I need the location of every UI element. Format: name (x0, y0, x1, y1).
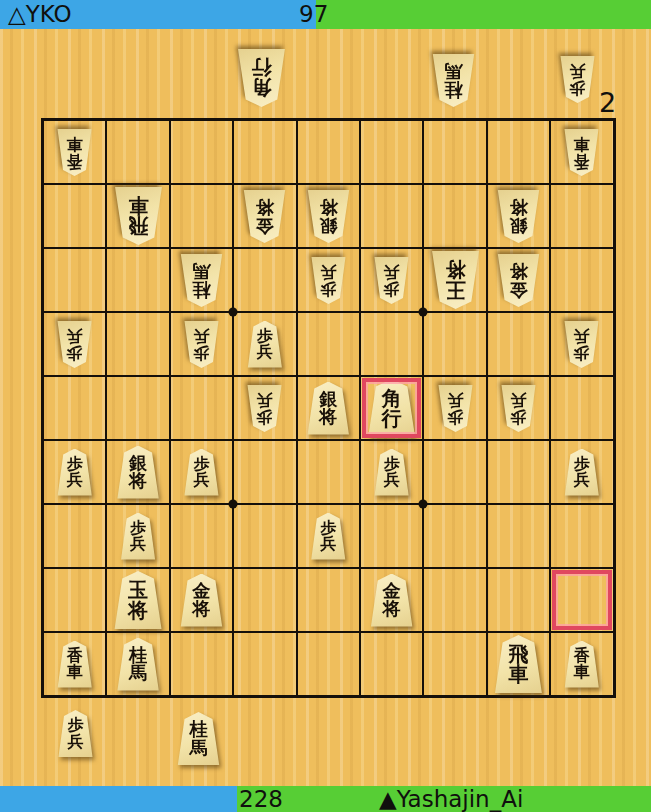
piece-kanji: 兵 (447, 392, 463, 408)
piece-kanji: 兵 (67, 472, 83, 488)
board-cell-r1c9[interactable]: 香車 (550, 120, 613, 184)
board-cell-r4c6[interactable] (360, 312, 423, 376)
piece-kanji: 兵 (68, 734, 84, 750)
piece-face: 歩兵 (310, 513, 347, 560)
piece-face: 歩兵 (373, 449, 410, 496)
piece-kanji: 兵 (320, 264, 336, 280)
piece-keima-knight[interactable]: 桂馬 (176, 712, 221, 765)
piece-face: 飛車 (113, 187, 164, 245)
piece-kyosha-lance[interactable]: 香車 (56, 129, 93, 176)
piece-face: 桂馬 (179, 254, 224, 307)
piece-face: 歩兵 (563, 449, 600, 496)
board-cell-r5c8[interactable]: 歩兵 (487, 376, 550, 440)
top-player-clock: 97 (299, 0, 328, 29)
board-cell-r8c3[interactable]: 金将 (170, 568, 233, 632)
piece-kanji: 行 (382, 408, 402, 428)
board-cell-r3c7[interactable]: 王将 (423, 248, 486, 312)
piece-face: 角行 (366, 379, 417, 437)
board-cell-r7c6[interactable] (360, 504, 423, 568)
piece-fu-pawn[interactable]: 歩兵 (56, 449, 93, 496)
piece-kanji: 歩 (570, 80, 586, 96)
board-cell-r4c8[interactable] (487, 312, 550, 376)
board-cell-r5c2[interactable] (106, 376, 169, 440)
piece-kaku-bishop[interactable]: 角行 (236, 49, 287, 107)
piece-face: 桂馬 (116, 638, 161, 691)
piece-kanji: 兵 (320, 536, 336, 552)
piece-fu-pawn[interactable]: 歩兵 (183, 321, 220, 368)
piece-kanji: 馬 (192, 262, 210, 280)
board-cell-r8c8[interactable] (487, 568, 550, 632)
board-cell-r5c9[interactable] (550, 376, 613, 440)
piece-face: 金将 (179, 574, 224, 627)
board-cell-r7c7[interactable] (423, 504, 486, 568)
board-cell-r3c9[interactable] (550, 248, 613, 312)
board-cell-r4c4[interactable]: 歩兵 (233, 312, 296, 376)
piece-gin-silver[interactable]: 銀将 (306, 382, 351, 435)
board-cell-r2c2[interactable]: 飛車 (106, 184, 169, 248)
piece-fu-pawn[interactable]: 歩兵 (559, 56, 596, 103)
piece-kanji: 兵 (193, 472, 209, 488)
board-cell-r7c1[interactable] (43, 504, 106, 568)
board-cell-r8c6[interactable]: 金将 (360, 568, 423, 632)
bottom-player-clock: 228 (239, 786, 283, 812)
board-cell-r1c6[interactable] (360, 120, 423, 184)
piece-gin-silver[interactable]: 銀将 (116, 446, 161, 499)
board-cell-r2c4[interactable]: 金将 (233, 184, 296, 248)
board-cell-r5c4[interactable]: 歩兵 (233, 376, 296, 440)
board-cell-r7c5[interactable]: 歩兵 (297, 504, 360, 568)
piece-face: 歩兵 (57, 710, 94, 757)
piece-kanji: 香 (574, 152, 590, 168)
board-cell-r6c9[interactable]: 歩兵 (550, 440, 613, 504)
piece-face: 銀将 (496, 190, 541, 243)
piece-fu-pawn[interactable]: 歩兵 (246, 385, 283, 432)
top-player-bar: △YKO 97 (0, 0, 651, 29)
piece-face: 歩兵 (246, 321, 283, 368)
board-cell-r7c3[interactable] (170, 504, 233, 568)
bottom-player-bar: 228 ▲Yashajin_Ai (0, 786, 651, 812)
piece-kanji: 将 (192, 600, 210, 618)
board-cell-r9c8[interactable]: 飛車 (487, 632, 550, 696)
piece-kanji: 歩 (67, 344, 83, 360)
piece-face: 歩兵 (310, 257, 347, 304)
piece-face: 銀将 (306, 382, 351, 435)
board-cell-r8c2[interactable]: 玉将 (106, 568, 169, 632)
piece-kanji: 馬 (190, 739, 208, 757)
piece-kanji: 車 (508, 664, 528, 684)
board-cell-r2c9[interactable] (550, 184, 613, 248)
piece-face: 歩兵 (120, 513, 157, 560)
piece-kanji: 桂 (190, 720, 208, 738)
piece-kanji: 車 (67, 136, 83, 152)
piece-gin-silver[interactable]: 銀将 (496, 190, 541, 243)
piece-fu-pawn[interactable]: 歩兵 (120, 513, 157, 560)
piece-face: 角行 (236, 49, 287, 107)
piece-kanji: 王 (445, 280, 465, 300)
piece-kanji: 車 (128, 196, 148, 216)
board-cell-r8c9[interactable] (550, 568, 613, 632)
piece-face: 歩兵 (183, 321, 220, 368)
piece-kanji: 香 (67, 152, 83, 168)
board-cell-r6c2[interactable]: 銀将 (106, 440, 169, 504)
board-cell-r4c7[interactable] (423, 312, 486, 376)
piece-fu-pawn[interactable]: 歩兵 (563, 321, 600, 368)
piece-kanji: 兵 (384, 472, 400, 488)
piece-kanji: 行 (252, 58, 272, 78)
piece-face: 歩兵 (56, 321, 93, 368)
piece-kanji: 銀 (509, 216, 527, 234)
board-cell-r3c4[interactable] (233, 248, 296, 312)
piece-fu-pawn[interactable]: 歩兵 (183, 449, 220, 496)
piece-kanji: 将 (128, 600, 148, 620)
piece-kanji: 歩 (384, 280, 400, 296)
board-cell-r6c4[interactable] (233, 440, 296, 504)
piece-kanji: 車 (67, 664, 83, 680)
piece-face: 桂馬 (431, 54, 476, 107)
piece-kin-gold[interactable]: 金将 (179, 574, 224, 627)
piece-kanji: 将 (319, 198, 337, 216)
star-point (419, 308, 428, 317)
piece-kanji: 歩 (574, 344, 590, 360)
board-cell-r9c5[interactable] (297, 632, 360, 696)
piece-fu-pawn[interactable]: 歩兵 (563, 449, 600, 496)
piece-fu-pawn[interactable]: 歩兵 (373, 257, 410, 304)
board-cell-r7c4[interactable] (233, 504, 296, 568)
board-cell-r1c1[interactable]: 香車 (43, 120, 106, 184)
piece-kyosha-lance[interactable]: 香車 (56, 641, 93, 688)
piece-kanji: 兵 (67, 328, 83, 344)
board-cell-r1c3[interactable] (170, 120, 233, 184)
board-cell-r7c9[interactable] (550, 504, 613, 568)
piece-kin-gold[interactable]: 金将 (242, 190, 287, 243)
piece-kanji: 将 (319, 408, 337, 426)
piece-kanji: 将 (445, 260, 465, 280)
piece-gyoku-king[interactable]: 玉将 (113, 571, 164, 629)
piece-kanji: 歩 (257, 408, 273, 424)
piece-kanji: 将 (509, 198, 527, 216)
piece-fu-pawn[interactable]: 歩兵 (437, 385, 474, 432)
piece-kanji: 銀 (319, 216, 337, 234)
piece-fu-pawn[interactable]: 歩兵 (310, 513, 347, 560)
board-cell-r4c5[interactable] (297, 312, 360, 376)
piece-face: 香車 (563, 129, 600, 176)
piece-kin-gold[interactable]: 金将 (369, 574, 414, 627)
board-cell-r2c7[interactable] (423, 184, 486, 248)
board-cell-r2c1[interactable] (43, 184, 106, 248)
piece-kanji: 飛 (508, 644, 528, 664)
piece-face: 王将 (430, 251, 481, 309)
piece-kanji: 兵 (257, 392, 273, 408)
star-point (229, 308, 238, 317)
board-cell-r3c6[interactable]: 歩兵 (360, 248, 423, 312)
piece-kanji: 角 (382, 388, 402, 408)
piece-kaku-bishop[interactable]: 角行 (366, 379, 417, 437)
board-cell-r5c3[interactable] (170, 376, 233, 440)
board-cell-r4c3[interactable]: 歩兵 (170, 312, 233, 376)
piece-kanji: 兵 (257, 344, 273, 360)
bottom-time-bar-fill (0, 786, 237, 812)
board-cell-r6c6[interactable]: 歩兵 (360, 440, 423, 504)
piece-fu-pawn[interactable]: 歩兵 (373, 449, 410, 496)
board-cell-r3c1[interactable] (43, 248, 106, 312)
piece-face: 歩兵 (559, 56, 596, 103)
piece-hisha-rook[interactable]: 飛車 (493, 635, 544, 693)
board-cell-r7c8[interactable] (487, 504, 550, 568)
piece-kanji: 将 (129, 472, 147, 490)
board-cell-r6c8[interactable] (487, 440, 550, 504)
piece-kanji: 将 (383, 600, 401, 618)
board-cell-r9c3[interactable] (170, 632, 233, 696)
board-cell-r5c7[interactable]: 歩兵 (423, 376, 486, 440)
board-cell-r8c7[interactable] (423, 568, 486, 632)
piece-kanji: 玉 (128, 580, 148, 600)
board-cell-r3c8[interactable]: 金将 (487, 248, 550, 312)
piece-keima-knight[interactable]: 桂馬 (431, 54, 476, 107)
piece-keima-knight[interactable]: 桂馬 (116, 638, 161, 691)
piece-kanji: 将 (509, 262, 527, 280)
board-cell-r4c9[interactable]: 歩兵 (550, 312, 613, 376)
hand-piece-keima-knight[interactable]: 桂馬 (431, 54, 476, 107)
piece-face: 香車 (56, 129, 93, 176)
hand-piece-fu-pawn[interactable]: 歩兵 (57, 710, 94, 757)
board-cell-r3c5[interactable]: 歩兵 (297, 248, 360, 312)
piece-kanji: 兵 (193, 328, 209, 344)
piece-kanji: 桂 (192, 280, 210, 298)
wood-background: △YKO 97 角行桂馬歩兵2 香車香車飛車金将銀将銀将桂馬歩兵歩兵王将金将歩兵… (0, 0, 651, 812)
piece-fu-pawn[interactable]: 歩兵 (56, 321, 93, 368)
piece-face: 歩兵 (246, 385, 283, 432)
piece-face: 香車 (563, 641, 600, 688)
piece-kanji: 兵 (510, 392, 526, 408)
piece-face: 桂馬 (176, 712, 221, 765)
piece-kyosha-lance[interactable]: 香車 (563, 641, 600, 688)
piece-face: 金将 (369, 574, 414, 627)
board-cell-r6c1[interactable]: 歩兵 (43, 440, 106, 504)
piece-kanji: 角 (252, 78, 272, 98)
piece-gin-silver[interactable]: 銀将 (306, 190, 351, 243)
piece-face: 歩兵 (56, 449, 93, 496)
piece-kanji: 車 (574, 136, 590, 152)
board-cell-r2c8[interactable]: 銀将 (487, 184, 550, 248)
piece-face: 飛車 (493, 635, 544, 693)
piece-kanji: 歩 (320, 280, 336, 296)
piece-kanji: 歩 (510, 408, 526, 424)
piece-face: 金将 (242, 190, 287, 243)
board-cell-r2c5[interactable]: 銀将 (297, 184, 360, 248)
piece-kanji: 将 (256, 198, 274, 216)
shogi-board[interactable]: 香車香車飛車金将銀将銀将桂馬歩兵歩兵王将金将歩兵歩兵歩兵歩兵歩兵銀将角行歩兵歩兵… (41, 118, 616, 698)
piece-kanji: 歩 (447, 408, 463, 424)
hand-piece-keima-knight[interactable]: 桂馬 (176, 712, 221, 765)
piece-face: 歩兵 (183, 449, 220, 496)
piece-fu-pawn[interactable]: 歩兵 (500, 385, 537, 432)
board-cell-r7c2[interactable]: 歩兵 (106, 504, 169, 568)
board-cell-r3c3[interactable]: 桂馬 (170, 248, 233, 312)
piece-hisha-rook[interactable]: 飛車 (113, 187, 164, 245)
board-cell-r2c3[interactable] (170, 184, 233, 248)
star-point (419, 500, 428, 509)
piece-kanji: 兵 (570, 63, 586, 79)
board-cell-r5c5[interactable]: 銀将 (297, 376, 360, 440)
piece-fu-pawn[interactable]: 歩兵 (310, 257, 347, 304)
board-cell-r8c1[interactable] (43, 568, 106, 632)
board-cell-r1c5[interactable] (297, 120, 360, 184)
piece-kanji: 歩 (193, 344, 209, 360)
board-cell-r9c1[interactable]: 香車 (43, 632, 106, 696)
board-cell-r8c4[interactable] (233, 568, 296, 632)
piece-kanji: 兵 (130, 536, 146, 552)
piece-fu-pawn[interactable]: 歩兵 (246, 321, 283, 368)
board-cell-r6c5[interactable] (297, 440, 360, 504)
piece-face: 玉将 (113, 571, 164, 629)
piece-keima-knight[interactable]: 桂馬 (179, 254, 224, 307)
piece-face: 歩兵 (563, 321, 600, 368)
board-cell-r5c6[interactable]: 角行 (360, 376, 423, 440)
hand-piece-kaku-bishop[interactable]: 角行 (236, 49, 287, 107)
board-cell-r1c7[interactable] (423, 120, 486, 184)
piece-kanji: 車 (574, 664, 590, 680)
piece-ou-king[interactable]: 王将 (430, 251, 481, 309)
star-point (229, 500, 238, 509)
bottom-player-name: ▲Yashajin_Ai (379, 786, 523, 812)
board-cell-r1c8[interactable] (487, 120, 550, 184)
piece-face: 金将 (496, 254, 541, 307)
piece-kin-gold[interactable]: 金将 (496, 254, 541, 307)
piece-kanji: 金 (509, 280, 527, 298)
board-cell-r1c2[interactable] (106, 120, 169, 184)
piece-kanji: 兵 (574, 328, 590, 344)
piece-kanji: 馬 (445, 62, 463, 80)
board-cell-r6c3[interactable]: 歩兵 (170, 440, 233, 504)
piece-kanji: 馬 (129, 664, 147, 682)
piece-kanji: 金 (256, 216, 274, 234)
piece-kyosha-lance[interactable]: 香車 (563, 129, 600, 176)
board-cell-r4c1[interactable]: 歩兵 (43, 312, 106, 376)
board-cell-r4c2[interactable] (106, 312, 169, 376)
piece-face: 歩兵 (500, 385, 537, 432)
board-cell-r9c6[interactable] (360, 632, 423, 696)
board-cell-r9c2[interactable]: 桂馬 (106, 632, 169, 696)
piece-fu-pawn[interactable]: 歩兵 (57, 710, 94, 757)
board-cell-r6c7[interactable] (423, 440, 486, 504)
board-cell-r5c1[interactable] (43, 376, 106, 440)
hand-piece-fu-pawn[interactable]: 歩兵2 (559, 56, 596, 103)
board-cell-r9c9[interactable]: 香車 (550, 632, 613, 696)
piece-face: 銀将 (116, 446, 161, 499)
piece-face: 歩兵 (373, 257, 410, 304)
board-cell-r2c6[interactable] (360, 184, 423, 248)
piece-kanji: 桂 (445, 81, 463, 99)
top-player-name: △YKO (8, 0, 72, 29)
board-cell-r3c2[interactable] (106, 248, 169, 312)
piece-kanji: 兵 (384, 264, 400, 280)
piece-kanji: 飛 (128, 216, 148, 236)
piece-kanji: 兵 (574, 472, 590, 488)
board-cell-r9c7[interactable] (423, 632, 486, 696)
board-cell-r9c4[interactable] (233, 632, 296, 696)
piece-face: 歩兵 (437, 385, 474, 432)
piece-face: 香車 (56, 641, 93, 688)
hand-piece-count: 2 (599, 89, 616, 116)
piece-face: 銀将 (306, 190, 351, 243)
board-cell-r8c5[interactable] (297, 568, 360, 632)
board-cell-r1c4[interactable] (233, 120, 296, 184)
